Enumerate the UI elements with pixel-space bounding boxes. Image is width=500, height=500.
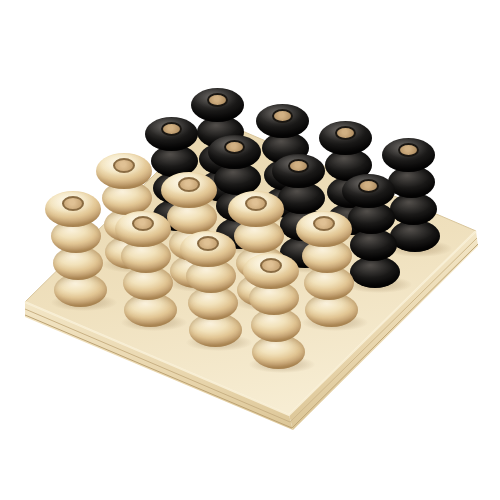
peg-tip-in-bead-hole — [62, 196, 84, 211]
black-bead — [256, 104, 309, 138]
peg-tip-in-bead-hole — [197, 236, 219, 251]
natural-bead — [180, 231, 236, 267]
peg-tip-in-bead-hole — [272, 109, 293, 123]
peg-tip-in-bead-hole — [313, 216, 335, 231]
peg-tip-in-bead-hole — [260, 258, 282, 273]
peg-tip-in-bead-hole — [288, 159, 309, 173]
black-bead — [208, 135, 261, 169]
peg-tip-in-bead-hole — [207, 93, 228, 107]
peg-tip-in-bead-hole — [178, 177, 200, 192]
product-photo-scene — [0, 0, 500, 500]
peg-tip-in-bead-hole — [398, 143, 419, 157]
black-bead — [272, 154, 325, 188]
peg-tip-in-bead-hole — [358, 179, 379, 193]
bead-stacks-layer — [0, 0, 500, 500]
natural-bead — [296, 211, 352, 247]
black-bead — [319, 121, 372, 155]
natural-bead — [115, 211, 171, 247]
black-bead — [382, 138, 435, 172]
black-bead — [145, 117, 198, 151]
natural-bead — [228, 191, 284, 227]
black-bead — [342, 174, 395, 208]
natural-bead — [96, 153, 152, 189]
peg-tip-in-bead-hole — [245, 196, 267, 211]
peg-tip-in-bead-hole — [132, 216, 154, 231]
natural-bead — [243, 253, 299, 289]
natural-bead — [161, 172, 217, 208]
peg-tip-in-bead-hole — [161, 122, 182, 136]
peg-tip-in-bead-hole — [224, 140, 245, 154]
black-bead — [191, 88, 244, 122]
peg-tip-in-bead-hole — [113, 158, 135, 173]
natural-bead — [45, 191, 101, 227]
peg-tip-in-bead-hole — [335, 126, 356, 140]
